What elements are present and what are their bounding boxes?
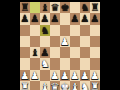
square-f4[interactable] <box>70 47 80 58</box>
square-c5[interactable] <box>40 36 50 47</box>
square-b8[interactable] <box>30 2 40 13</box>
square-g7[interactable]: ♟ <box>80 13 90 24</box>
square-f3[interactable] <box>70 58 80 69</box>
piece-black-king[interactable]: ♚ <box>61 2 70 13</box>
screenshot-frame: ♜♝♛♚♞♜♟♟♟♟♟♟♟♞♟♝♟♞♟♟♟♟♟♟♟♜♝♛♚♝♞♜ <box>0 0 120 90</box>
square-f7[interactable]: ♟ <box>70 13 80 24</box>
piece-black-pawn[interactable]: ♟ <box>41 13 50 24</box>
piece-white-rook[interactable]: ♜ <box>21 81 30 90</box>
chess-board[interactable]: ♜♝♛♚♞♜♟♟♟♟♟♟♟♞♟♝♟♞♟♟♟♟♟♟♟♜♝♛♚♝♞♜ <box>20 2 100 90</box>
square-e8[interactable]: ♚ <box>60 2 70 13</box>
square-c8[interactable]: ♝ <box>40 2 50 13</box>
square-g8[interactable]: ♞ <box>80 2 90 13</box>
piece-white-knight[interactable]: ♞ <box>41 58 50 69</box>
square-a4[interactable] <box>20 47 30 58</box>
square-d7[interactable]: ♟ <box>50 13 60 24</box>
piece-black-pawn[interactable]: ♟ <box>21 13 30 24</box>
square-b3[interactable] <box>30 58 40 69</box>
square-c7[interactable]: ♟ <box>40 13 50 24</box>
square-c4[interactable]: ♟ <box>40 47 50 58</box>
piece-white-pawn[interactable]: ♟ <box>91 70 100 81</box>
square-a7[interactable]: ♟ <box>20 13 30 24</box>
square-f1[interactable]: ♝ <box>70 81 80 90</box>
square-d8[interactable]: ♛ <box>50 2 60 13</box>
square-g4[interactable] <box>80 47 90 58</box>
square-f2[interactable]: ♟ <box>70 70 80 81</box>
square-c2[interactable] <box>40 70 50 81</box>
piece-black-queen[interactable]: ♛ <box>51 2 60 13</box>
piece-black-knight[interactable]: ♞ <box>81 2 90 13</box>
square-d2[interactable]: ♟ <box>50 70 60 81</box>
piece-black-pawn[interactable]: ♟ <box>71 13 80 24</box>
piece-black-rook[interactable]: ♜ <box>91 2 100 13</box>
square-c6[interactable]: ♞ <box>40 25 50 36</box>
square-h7[interactable]: ♟ <box>90 13 100 24</box>
letterbox-right <box>100 0 120 90</box>
square-g3[interactable] <box>80 58 90 69</box>
piece-white-bishop[interactable]: ♝ <box>71 81 80 90</box>
piece-white-pawn[interactable]: ♟ <box>71 70 80 81</box>
square-f8[interactable] <box>70 2 80 13</box>
square-c1[interactable]: ♝ <box>40 81 50 90</box>
piece-black-pawn[interactable]: ♟ <box>81 13 90 24</box>
square-e4[interactable] <box>60 47 70 58</box>
square-b6[interactable] <box>30 25 40 36</box>
square-h8[interactable]: ♜ <box>90 2 100 13</box>
piece-black-bishop[interactable]: ♝ <box>31 47 40 58</box>
square-f6[interactable] <box>70 25 80 36</box>
square-d4[interactable] <box>50 47 60 58</box>
piece-white-pawn[interactable]: ♟ <box>51 70 60 81</box>
square-a3[interactable] <box>20 58 30 69</box>
square-f5[interactable] <box>70 36 80 47</box>
square-a6[interactable] <box>20 25 30 36</box>
square-b2[interactable]: ♟ <box>30 70 40 81</box>
square-b5[interactable] <box>30 36 40 47</box>
square-e5[interactable]: ♟ <box>60 36 70 47</box>
square-a5[interactable] <box>20 36 30 47</box>
square-b7[interactable]: ♟ <box>30 13 40 24</box>
piece-black-pawn[interactable]: ♟ <box>31 13 40 24</box>
square-d5[interactable] <box>50 36 60 47</box>
square-b1[interactable] <box>30 81 40 90</box>
square-g6[interactable] <box>80 25 90 36</box>
piece-white-queen[interactable]: ♛ <box>51 81 60 90</box>
piece-black-pawn[interactable]: ♟ <box>91 13 100 24</box>
square-d1[interactable]: ♛ <box>50 81 60 90</box>
square-d3[interactable] <box>50 58 60 69</box>
piece-black-rook[interactable]: ♜ <box>21 2 30 13</box>
square-h2[interactable]: ♟ <box>90 70 100 81</box>
square-h4[interactable] <box>90 47 100 58</box>
square-e2[interactable]: ♟ <box>60 70 70 81</box>
piece-white-knight[interactable]: ♞ <box>81 81 90 90</box>
piece-white-bishop[interactable]: ♝ <box>41 81 50 90</box>
square-a8[interactable]: ♜ <box>20 2 30 13</box>
piece-white-pawn[interactable]: ♟ <box>81 70 90 81</box>
square-g2[interactable]: ♟ <box>80 70 90 81</box>
letterbox-left <box>0 0 20 90</box>
square-a1[interactable]: ♜ <box>20 81 30 90</box>
square-c3[interactable]: ♞ <box>40 58 50 69</box>
square-h1[interactable]: ♜ <box>90 81 100 90</box>
piece-black-pawn[interactable]: ♟ <box>41 47 50 58</box>
piece-white-rook[interactable]: ♜ <box>91 81 100 90</box>
piece-white-pawn[interactable]: ♟ <box>61 36 70 47</box>
piece-black-knight[interactable]: ♞ <box>41 25 50 36</box>
piece-white-pawn[interactable]: ♟ <box>21 70 30 81</box>
piece-white-king[interactable]: ♚ <box>61 81 70 90</box>
square-e3[interactable] <box>60 58 70 69</box>
square-e1[interactable]: ♚ <box>60 81 70 90</box>
square-a2[interactable]: ♟ <box>20 70 30 81</box>
square-g1[interactable]: ♞ <box>80 81 90 90</box>
square-h3[interactable] <box>90 58 100 69</box>
piece-white-pawn[interactable]: ♟ <box>31 70 40 81</box>
piece-white-pawn[interactable]: ♟ <box>61 70 70 81</box>
square-h5[interactable] <box>90 36 100 47</box>
square-g5[interactable] <box>80 36 90 47</box>
square-b4[interactable]: ♝ <box>30 47 40 58</box>
piece-black-pawn[interactable]: ♟ <box>51 13 60 24</box>
square-e6[interactable] <box>60 25 70 36</box>
square-d6[interactable] <box>50 25 60 36</box>
square-e7[interactable] <box>60 13 70 24</box>
piece-black-bishop[interactable]: ♝ <box>41 2 50 13</box>
square-h6[interactable] <box>90 25 100 36</box>
